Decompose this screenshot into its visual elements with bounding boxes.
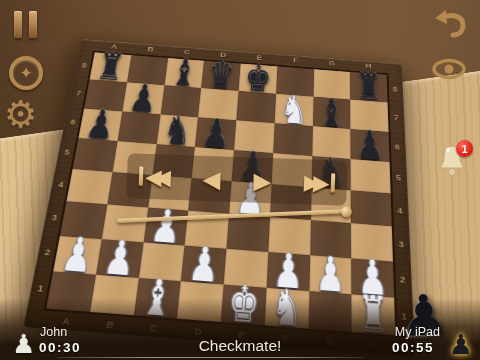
eye-icon bbox=[430, 56, 468, 82]
square-a2[interactable]: ♟ bbox=[53, 235, 101, 274]
pause-icon bbox=[29, 11, 37, 38]
coordinate-label: 3 bbox=[392, 226, 411, 262]
square-h5[interactable] bbox=[351, 159, 391, 194]
hint-button[interactable] bbox=[430, 56, 468, 86]
square-d6[interactable]: ♟ bbox=[195, 117, 236, 150]
move-slider-knob[interactable] bbox=[341, 206, 352, 217]
gear-icon: ⚙ bbox=[4, 93, 37, 136]
coordinate-label: 4 bbox=[391, 193, 410, 227]
black-player-name: My iPad bbox=[395, 325, 440, 339]
square-h4[interactable] bbox=[351, 190, 392, 226]
step-forward-button[interactable]: ▶ bbox=[253, 167, 272, 194]
step-back-button[interactable]: ◀ bbox=[202, 165, 221, 192]
playback-controls: ◀◀ ◀ ▶ ▶▶ bbox=[126, 153, 347, 206]
skip-end-bar-icon bbox=[331, 173, 335, 192]
coordinate-label: 5 bbox=[390, 162, 408, 195]
square-a6[interactable]: ♟ bbox=[78, 108, 122, 141]
square-f6[interactable] bbox=[273, 123, 313, 156]
status-underline bbox=[57, 357, 365, 359]
square-g2[interactable]: ♟ bbox=[309, 255, 352, 294]
square-c8[interactable]: ♝ bbox=[164, 58, 204, 88]
square-f7[interactable]: ♞ bbox=[274, 94, 313, 126]
step-forward-arrow-icon: ▶ bbox=[253, 167, 272, 194]
coordinate-label: 6 bbox=[389, 132, 407, 164]
coordinate-label: 7 bbox=[388, 103, 405, 133]
status-bar: ♟ John 00:30 Checkmate! My iPad 00:55 ♟ bbox=[0, 327, 480, 360]
square-c6[interactable]: ♞ bbox=[156, 114, 198, 147]
square-g7[interactable]: ♝ bbox=[312, 97, 350, 129]
coordinate-label: 8 bbox=[387, 75, 404, 104]
square-b2[interactable]: ♟ bbox=[96, 239, 143, 278]
notification-badge: 1 bbox=[456, 140, 473, 157]
pause-button[interactable] bbox=[14, 11, 37, 38]
square-a4[interactable] bbox=[66, 169, 112, 205]
black-player-pawn-icon: ♟ bbox=[449, 331, 473, 358]
skip-to-end-button[interactable]: ▶▶ bbox=[304, 170, 336, 195]
skip-to-start-button[interactable]: ◀◀ bbox=[139, 164, 171, 189]
square-a5[interactable] bbox=[73, 138, 118, 172]
pause-icon bbox=[14, 11, 22, 38]
step-back-arrow-icon: ◀ bbox=[202, 165, 221, 192]
skip-start-bar-icon bbox=[139, 167, 143, 186]
square-e8[interactable]: ♚ bbox=[239, 64, 278, 94]
settings-button[interactable]: ⚙ bbox=[4, 96, 37, 133]
square-b7[interactable]: ♟ bbox=[122, 82, 164, 113]
skip-start-arrows-icon: ◀◀ bbox=[145, 164, 164, 189]
compass-star-icon: ✦ bbox=[19, 65, 33, 82]
square-c3[interactable]: ♟ bbox=[143, 208, 188, 245]
skip-end-arrows-icon: ▶▶ bbox=[304, 170, 323, 195]
square-b6[interactable] bbox=[117, 111, 160, 144]
square-e3[interactable] bbox=[226, 214, 269, 252]
square-h6[interactable]: ♟ bbox=[351, 129, 390, 162]
square-e7[interactable] bbox=[236, 91, 275, 123]
square-d8[interactable]: ♛ bbox=[201, 61, 240, 91]
square-h8[interactable]: ♜ bbox=[350, 72, 387, 103]
square-a8[interactable]: ♜ bbox=[89, 52, 131, 82]
square-d2[interactable]: ♟ bbox=[181, 245, 226, 284]
undo-button[interactable] bbox=[432, 7, 468, 43]
compass-button[interactable]: ✦ bbox=[9, 56, 43, 90]
black-player-clock: 00:55 bbox=[392, 340, 434, 355]
undo-arrow-icon bbox=[432, 7, 468, 39]
chess-app-screen: ♜♝♛♚♜♟♞♝♟♞♟♟♟♞♟♟♟♟♟♟♟♟♝♚♞♜ ABCDEFGH ABCD… bbox=[0, 0, 480, 360]
